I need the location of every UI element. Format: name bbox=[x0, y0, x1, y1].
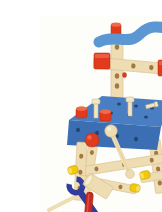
red-cube-right bbox=[158, 60, 162, 76]
red-cap-nut bbox=[76, 106, 87, 118]
red-cube-left bbox=[94, 53, 110, 69]
screwdriver-tip-ball bbox=[126, 170, 135, 179]
red-ball-screw bbox=[85, 133, 99, 147]
yellow-cap-nut bbox=[129, 183, 140, 193]
red-side-cap bbox=[123, 72, 127, 77]
red-cap-nut bbox=[100, 109, 111, 121]
toy-chair-photo bbox=[40, 16, 162, 212]
toy-chair-illustration bbox=[40, 16, 162, 212]
screwdriver-ball-handle bbox=[105, 125, 117, 137]
